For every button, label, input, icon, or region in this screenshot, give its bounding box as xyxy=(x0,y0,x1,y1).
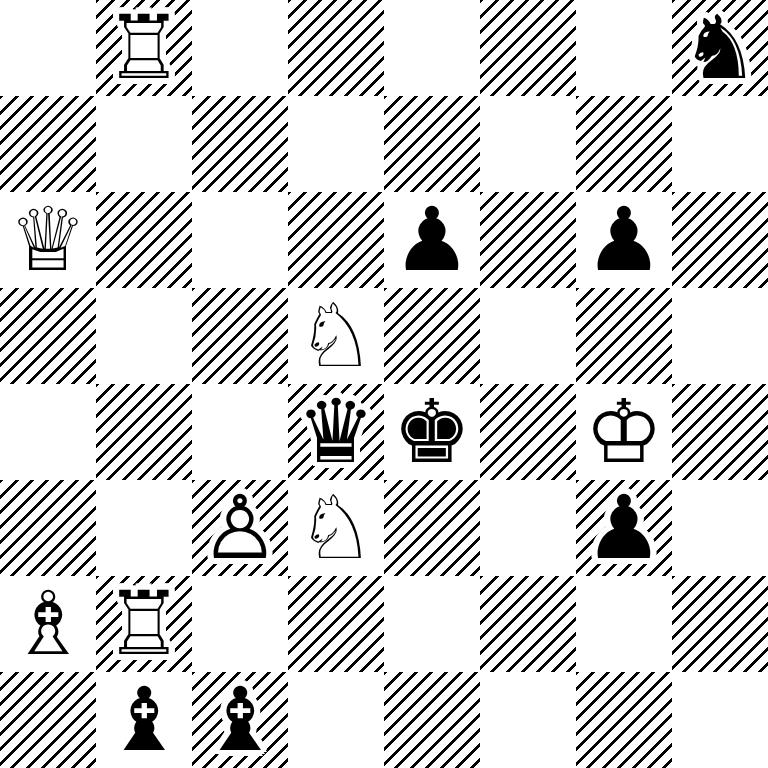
square-c6[interactable] xyxy=(192,192,288,288)
white-queen[interactable]: ♕ xyxy=(0,192,96,288)
square-c7[interactable] xyxy=(192,96,288,192)
square-h2[interactable] xyxy=(672,576,768,672)
black-bishop-halo: ♝ xyxy=(192,672,288,768)
square-a1[interactable] xyxy=(0,672,96,768)
black-bishop-halo: ♝ xyxy=(96,672,192,768)
chess-board: ♜♖♞♞♛♕♟♟♟♟♞♘♛♛♚♚♚♔♟♙♞♘♟♟♝♗♜♖♝♝♝♝ xyxy=(0,0,768,768)
square-e3[interactable] xyxy=(384,480,480,576)
white-bishop[interactable]: ♗ xyxy=(0,576,96,672)
square-a8[interactable] xyxy=(0,0,96,96)
white-queen-halo: ♛ xyxy=(0,192,96,288)
square-b6[interactable] xyxy=(96,192,192,288)
square-a2[interactable]: ♝♗ xyxy=(0,576,96,672)
square-h8[interactable]: ♞♞ xyxy=(672,0,768,96)
black-pawn-halo: ♟ xyxy=(576,480,672,576)
black-pawn-halo: ♟ xyxy=(384,192,480,288)
black-pawn[interactable]: ♟ xyxy=(384,192,480,288)
square-d3[interactable]: ♞♘ xyxy=(288,480,384,576)
white-rook[interactable]: ♖ xyxy=(96,0,192,96)
square-d6[interactable] xyxy=(288,192,384,288)
black-pawn[interactable]: ♟ xyxy=(576,192,672,288)
square-f6[interactable] xyxy=(480,192,576,288)
white-knight[interactable]: ♘ xyxy=(288,288,384,384)
white-knight[interactable]: ♘ xyxy=(288,480,384,576)
square-h7[interactable] xyxy=(672,96,768,192)
square-d5[interactable]: ♞♘ xyxy=(288,288,384,384)
square-b4[interactable] xyxy=(96,384,192,480)
square-g5[interactable] xyxy=(576,288,672,384)
square-e7[interactable] xyxy=(384,96,480,192)
square-a7[interactable] xyxy=(0,96,96,192)
square-h3[interactable] xyxy=(672,480,768,576)
black-knight-halo: ♞ xyxy=(672,0,768,96)
white-knight-halo: ♞ xyxy=(288,480,384,576)
square-a6[interactable]: ♛♕ xyxy=(0,192,96,288)
white-pawn[interactable]: ♙ xyxy=(192,480,288,576)
white-bishop-halo: ♝ xyxy=(0,576,96,672)
square-c8[interactable] xyxy=(192,0,288,96)
square-f7[interactable] xyxy=(480,96,576,192)
square-b7[interactable] xyxy=(96,96,192,192)
square-g7[interactable] xyxy=(576,96,672,192)
white-king[interactable]: ♔ xyxy=(576,384,672,480)
square-b8[interactable]: ♜♖ xyxy=(96,0,192,96)
white-knight-halo: ♞ xyxy=(288,288,384,384)
square-c2[interactable] xyxy=(192,576,288,672)
square-e5[interactable] xyxy=(384,288,480,384)
black-king-halo: ♚ xyxy=(384,384,480,480)
square-b3[interactable] xyxy=(96,480,192,576)
square-f1[interactable] xyxy=(480,672,576,768)
square-d8[interactable] xyxy=(288,0,384,96)
square-c1[interactable]: ♝♝ xyxy=(192,672,288,768)
square-h4[interactable] xyxy=(672,384,768,480)
square-f5[interactable] xyxy=(480,288,576,384)
square-h1[interactable] xyxy=(672,672,768,768)
square-g2[interactable] xyxy=(576,576,672,672)
black-bishop[interactable]: ♝ xyxy=(96,672,192,768)
square-d2[interactable] xyxy=(288,576,384,672)
square-h5[interactable] xyxy=(672,288,768,384)
square-g4[interactable]: ♚♔ xyxy=(576,384,672,480)
square-e2[interactable] xyxy=(384,576,480,672)
square-c5[interactable] xyxy=(192,288,288,384)
square-g6[interactable]: ♟♟ xyxy=(576,192,672,288)
white-pawn-halo: ♟ xyxy=(192,480,288,576)
black-queen[interactable]: ♛ xyxy=(288,384,384,480)
square-b2[interactable]: ♜♖ xyxy=(96,576,192,672)
white-rook[interactable]: ♖ xyxy=(96,576,192,672)
square-h6[interactable] xyxy=(672,192,768,288)
square-d4[interactable]: ♛♛ xyxy=(288,384,384,480)
square-a4[interactable] xyxy=(0,384,96,480)
black-pawn-halo: ♟ xyxy=(576,192,672,288)
square-e8[interactable] xyxy=(384,0,480,96)
white-rook-halo: ♜ xyxy=(96,576,192,672)
square-b5[interactable] xyxy=(96,288,192,384)
square-e1[interactable] xyxy=(384,672,480,768)
black-queen-halo: ♛ xyxy=(288,384,384,480)
square-a5[interactable] xyxy=(0,288,96,384)
black-knight[interactable]: ♞ xyxy=(672,0,768,96)
black-bishop[interactable]: ♝ xyxy=(192,672,288,768)
square-g8[interactable] xyxy=(576,0,672,96)
square-e4[interactable]: ♚♚ xyxy=(384,384,480,480)
square-g3[interactable]: ♟♟ xyxy=(576,480,672,576)
square-f2[interactable] xyxy=(480,576,576,672)
square-a3[interactable] xyxy=(0,480,96,576)
square-f8[interactable] xyxy=(480,0,576,96)
square-f4[interactable] xyxy=(480,384,576,480)
square-e6[interactable]: ♟♟ xyxy=(384,192,480,288)
square-d1[interactable] xyxy=(288,672,384,768)
square-c3[interactable]: ♟♙ xyxy=(192,480,288,576)
white-king-halo: ♚ xyxy=(576,384,672,480)
black-pawn[interactable]: ♟ xyxy=(576,480,672,576)
square-f3[interactable] xyxy=(480,480,576,576)
square-b1[interactable]: ♝♝ xyxy=(96,672,192,768)
black-king[interactable]: ♚ xyxy=(384,384,480,480)
square-c4[interactable] xyxy=(192,384,288,480)
square-d7[interactable] xyxy=(288,96,384,192)
white-rook-halo: ♜ xyxy=(96,0,192,96)
square-g1[interactable] xyxy=(576,672,672,768)
